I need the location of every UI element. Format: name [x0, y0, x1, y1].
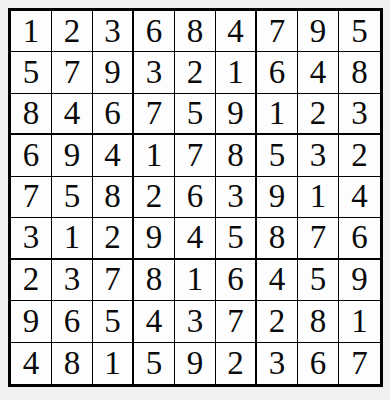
cell-r8c4: 4	[134, 301, 175, 342]
cell-r3c6: 9	[216, 94, 257, 135]
cell-r4c9: 2	[339, 135, 380, 176]
cell-r8c7: 2	[257, 301, 298, 342]
cell-r9c4: 5	[134, 343, 175, 384]
cell-r2c7: 6	[257, 52, 298, 93]
cell-r8c5: 3	[175, 301, 216, 342]
cell-r5c3: 8	[93, 177, 134, 218]
cell-r2c8: 4	[298, 52, 339, 93]
cell-r5c4: 2	[134, 177, 175, 218]
cell-r3c5: 5	[175, 94, 216, 135]
cell-r6c6: 5	[216, 218, 257, 259]
cell-r1c3: 3	[93, 11, 134, 52]
cell-r7c3: 7	[93, 260, 134, 301]
cell-r8c2: 6	[52, 301, 93, 342]
cell-r9c3: 1	[93, 343, 134, 384]
cell-r2c9: 8	[339, 52, 380, 93]
cell-r5c5: 6	[175, 177, 216, 218]
cell-r3c3: 6	[93, 94, 134, 135]
sudoku-board: 1236847955793216488467591236941785327582…	[8, 8, 383, 387]
cell-r9c2: 8	[52, 343, 93, 384]
cell-r4c2: 9	[52, 135, 93, 176]
cell-r7c1: 2	[11, 260, 52, 301]
cell-r6c8: 7	[298, 218, 339, 259]
cell-r2c5: 2	[175, 52, 216, 93]
cell-r1c2: 2	[52, 11, 93, 52]
cell-r7c6: 6	[216, 260, 257, 301]
cell-r2c2: 7	[52, 52, 93, 93]
cell-r7c7: 4	[257, 260, 298, 301]
cell-r4c3: 4	[93, 135, 134, 176]
cell-r4c4: 1	[134, 135, 175, 176]
cell-r8c6: 7	[216, 301, 257, 342]
cell-r9c7: 3	[257, 343, 298, 384]
cell-r3c9: 3	[339, 94, 380, 135]
cell-r4c1: 6	[11, 135, 52, 176]
cell-r5c6: 3	[216, 177, 257, 218]
cell-r1c6: 4	[216, 11, 257, 52]
cell-r5c9: 4	[339, 177, 380, 218]
cell-r1c7: 7	[257, 11, 298, 52]
cell-r3c8: 2	[298, 94, 339, 135]
cell-r7c8: 5	[298, 260, 339, 301]
cell-r8c3: 5	[93, 301, 134, 342]
cell-r7c9: 9	[339, 260, 380, 301]
cell-r2c1: 5	[11, 52, 52, 93]
cell-r5c2: 5	[52, 177, 93, 218]
cell-r9c8: 6	[298, 343, 339, 384]
cell-r7c5: 1	[175, 260, 216, 301]
cell-r5c7: 9	[257, 177, 298, 218]
cell-r1c9: 5	[339, 11, 380, 52]
cell-r7c2: 3	[52, 260, 93, 301]
cell-r3c1: 8	[11, 94, 52, 135]
cell-r9c9: 7	[339, 343, 380, 384]
cell-r8c9: 1	[339, 301, 380, 342]
cell-r6c9: 6	[339, 218, 380, 259]
cell-r4c5: 7	[175, 135, 216, 176]
cell-r2c6: 1	[216, 52, 257, 93]
cell-r2c4: 3	[134, 52, 175, 93]
cell-r5c8: 1	[298, 177, 339, 218]
cell-r6c1: 3	[11, 218, 52, 259]
cell-r4c6: 8	[216, 135, 257, 176]
cell-r6c5: 4	[175, 218, 216, 259]
cell-r1c4: 6	[134, 11, 175, 52]
cell-r4c8: 3	[298, 135, 339, 176]
cell-r7c4: 8	[134, 260, 175, 301]
cell-r3c2: 4	[52, 94, 93, 135]
cell-r2c3: 9	[93, 52, 134, 93]
cell-r9c1: 4	[11, 343, 52, 384]
cell-r9c5: 9	[175, 343, 216, 384]
cell-r1c1: 1	[11, 11, 52, 52]
cell-r5c1: 7	[11, 177, 52, 218]
cell-r3c7: 1	[257, 94, 298, 135]
cell-r8c1: 9	[11, 301, 52, 342]
cell-r6c2: 1	[52, 218, 93, 259]
cell-r6c3: 2	[93, 218, 134, 259]
cell-r6c4: 9	[134, 218, 175, 259]
cell-r9c6: 2	[216, 343, 257, 384]
cell-r1c5: 8	[175, 11, 216, 52]
cell-r4c7: 5	[257, 135, 298, 176]
cell-r1c8: 9	[298, 11, 339, 52]
cell-r8c8: 8	[298, 301, 339, 342]
cell-r6c7: 8	[257, 218, 298, 259]
cell-r3c4: 7	[134, 94, 175, 135]
